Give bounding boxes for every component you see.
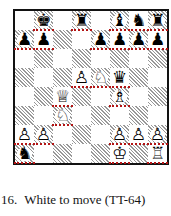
square-b6 <box>34 49 53 68</box>
square-b3 <box>34 106 53 125</box>
square-f4: ♗ <box>110 87 129 106</box>
square-e4 <box>91 87 110 106</box>
square-g1 <box>129 144 148 163</box>
square-a2: ♙ <box>15 125 34 144</box>
square-g3 <box>129 106 148 125</box>
piece-black-rook: ♜ <box>74 11 89 30</box>
square-d6 <box>72 49 91 68</box>
piece-black-bishop: ♝ <box>112 11 127 30</box>
square-c7 <box>53 30 72 49</box>
piece-black-knight: ♞ <box>131 11 146 30</box>
square-e3 <box>91 106 110 125</box>
square-g7: ♟ <box>129 30 148 49</box>
piece-white-pawn: ♙ <box>150 125 165 144</box>
square-d4 <box>72 87 91 106</box>
square-f5: ♛ <box>110 68 129 87</box>
square-h5 <box>148 68 167 87</box>
square-h8: ♜ <box>148 11 167 30</box>
square-a4 <box>15 87 34 106</box>
square-d7 <box>72 30 91 49</box>
piece-black-pawn: ♟ <box>17 30 32 49</box>
piece-black-knight: ♞ <box>17 144 32 163</box>
piece-white-pawn: ♙ <box>112 125 127 144</box>
square-g6 <box>129 49 148 68</box>
square-h4 <box>148 87 167 106</box>
piece-white-knight: ♘ <box>55 106 70 125</box>
square-f6 <box>110 49 129 68</box>
square-f7: ♟ <box>110 30 129 49</box>
square-e5: ♘ <box>91 68 110 87</box>
square-g5 <box>129 68 148 87</box>
piece-white-king: ♔ <box>112 144 127 163</box>
square-d8: ♜ <box>72 11 91 30</box>
square-e2 <box>91 125 110 144</box>
piece-black-pawn: ♟ <box>36 30 51 49</box>
square-g2: ♙ <box>129 125 148 144</box>
square-b8: ♚ <box>34 11 53 30</box>
square-c5 <box>53 68 72 87</box>
square-c6 <box>53 49 72 68</box>
piece-black-rook: ♜ <box>150 11 165 30</box>
square-a3 <box>15 106 34 125</box>
caption-number: 16. <box>1 192 17 207</box>
diagram-caption: 16.White to move (TT-64) <box>1 192 145 208</box>
piece-black-king: ♚ <box>36 11 51 30</box>
square-b2: ♙ <box>34 125 53 144</box>
square-d2 <box>72 125 91 144</box>
square-f8: ♝ <box>110 11 129 30</box>
square-h1: ♖ <box>148 144 167 163</box>
piece-black-pawn: ♟ <box>112 30 127 49</box>
piece-white-bishop: ♗ <box>112 87 127 106</box>
piece-white-pawn: ♙ <box>17 125 32 144</box>
square-a5 <box>15 68 34 87</box>
piece-black-pawn: ♟ <box>150 30 165 49</box>
square-c1 <box>53 144 72 163</box>
square-f3 <box>110 106 129 125</box>
square-d5: ♙ <box>72 68 91 87</box>
square-c8 <box>53 11 72 30</box>
piece-black-pawn: ♟ <box>93 30 108 49</box>
square-e1 <box>91 144 110 163</box>
square-h3 <box>148 106 167 125</box>
square-c2 <box>53 125 72 144</box>
square-d3 <box>72 106 91 125</box>
square-f1: ♔ <box>110 144 129 163</box>
square-a7: ♟ <box>15 30 34 49</box>
square-e8 <box>91 11 110 30</box>
square-h2: ♙ <box>148 125 167 144</box>
square-g4 <box>129 87 148 106</box>
caption-text: White to move (TT-64) <box>24 192 145 207</box>
piece-white-pawn: ♙ <box>74 68 89 87</box>
square-d1 <box>72 144 91 163</box>
piece-white-pawn: ♙ <box>131 125 146 144</box>
square-b5 <box>34 68 53 87</box>
square-b4 <box>34 87 53 106</box>
square-b1 <box>34 144 53 163</box>
piece-white-knight: ♘ <box>93 68 108 87</box>
piece-white-rook: ♖ <box>150 144 165 163</box>
square-c4: ♕ <box>53 87 72 106</box>
square-h7: ♟ <box>148 30 167 49</box>
piece-white-pawn: ♙ <box>36 125 51 144</box>
square-e6 <box>91 49 110 68</box>
chess-board: ♚♜♝♞♜♟♟♟♟♟♟♙♘♛♕♗♘♙♙♙♙♙♞♔♖ <box>13 9 169 165</box>
square-b7: ♟ <box>34 30 53 49</box>
square-f2: ♙ <box>110 125 129 144</box>
piece-white-queen: ♕ <box>55 87 70 106</box>
square-e7: ♟ <box>91 30 110 49</box>
square-g8: ♞ <box>129 11 148 30</box>
square-a8 <box>15 11 34 30</box>
square-a1: ♞ <box>15 144 34 163</box>
square-h6 <box>148 49 167 68</box>
square-c3: ♘ <box>53 106 72 125</box>
piece-black-queen: ♛ <box>112 68 127 87</box>
diagram-page: ♚♜♝♞♜♟♟♟♟♟♟♙♘♛♕♗♘♙♙♙♙♙♞♔♖ 16.White to mo… <box>0 0 171 216</box>
piece-black-pawn: ♟ <box>131 30 146 49</box>
square-a6 <box>15 49 34 68</box>
